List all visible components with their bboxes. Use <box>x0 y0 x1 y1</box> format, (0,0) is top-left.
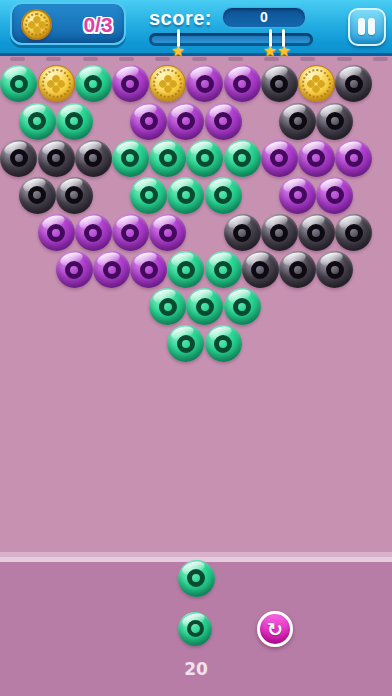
remaining-bubbles-count: 20 <box>166 659 226 679</box>
bubble-dark <box>335 214 372 251</box>
bubble-purple <box>56 251 93 288</box>
coin-bubble <box>38 65 75 102</box>
bubble-green <box>224 288 261 325</box>
ceiling-dash <box>192 57 207 61</box>
ceiling-dash <box>83 57 98 61</box>
next-bubble <box>178 612 212 646</box>
score-value: 0 <box>223 9 305 25</box>
game-screen: 0/3 score: 0 ★★★ ↻ 20 <box>0 0 392 696</box>
bubble-dark <box>75 140 112 177</box>
pause-icon <box>368 18 375 35</box>
bubble-green <box>75 65 112 102</box>
current-bubble[interactable] <box>178 560 215 597</box>
ceiling-dash <box>337 57 352 61</box>
bubble-dark <box>279 251 316 288</box>
bubble-green <box>112 140 149 177</box>
bubble-purple <box>112 214 149 251</box>
ceiling-dash <box>46 57 61 61</box>
bubble-purple <box>279 177 316 214</box>
coin-count-label: 0/3 <box>70 13 126 37</box>
bubble-purple <box>38 214 75 251</box>
bubble-dark <box>316 103 353 140</box>
bubble-dark <box>261 214 298 251</box>
bubble-green <box>149 140 186 177</box>
bubble-purple <box>93 251 130 288</box>
bubble-green <box>205 251 242 288</box>
clover-icon <box>44 72 67 95</box>
bubble-dark <box>242 251 279 288</box>
pause-button[interactable] <box>348 8 386 46</box>
bubble-purple <box>335 140 372 177</box>
bubble-green <box>56 103 93 140</box>
bubble-dark <box>298 214 335 251</box>
star-icon: ★ <box>274 42 294 60</box>
star-icon: ★ <box>168 42 188 60</box>
bubble-green <box>205 177 242 214</box>
bubble-purple <box>167 103 204 140</box>
bubble-purple <box>298 140 335 177</box>
bubble-purple <box>149 214 186 251</box>
coin-counter-panel: 0/3 <box>10 2 126 45</box>
bubble-green <box>167 177 204 214</box>
ceiling-dash <box>373 57 388 61</box>
bubble-dark <box>19 177 56 214</box>
bubble-green <box>224 140 261 177</box>
pause-icon <box>358 18 365 35</box>
bubble-dark <box>56 177 93 214</box>
bubble-purple <box>205 103 242 140</box>
coin-icon <box>21 9 52 40</box>
bubble-green <box>130 177 167 214</box>
clover-icon <box>156 72 179 95</box>
swap-rotate-icon: ↻ <box>260 618 290 640</box>
bubble-dark <box>261 65 298 102</box>
ceiling-dash <box>300 57 315 61</box>
bubble-purple <box>224 65 261 102</box>
bubble-green <box>205 325 242 362</box>
bubble-dark <box>279 103 316 140</box>
bubble-dark <box>38 140 75 177</box>
bubble-dark <box>0 140 37 177</box>
level-progress-bar: ★★★ <box>149 33 313 46</box>
bubble-purple <box>316 177 353 214</box>
ceiling-dash <box>119 57 134 61</box>
coin-bubble <box>298 65 335 102</box>
clover-icon <box>305 72 328 95</box>
bubble-green <box>19 103 56 140</box>
bubble-purple <box>112 65 149 102</box>
header-bar: 0/3 score: 0 ★★★ <box>0 0 392 56</box>
clover-icon <box>25 13 48 36</box>
bubble-purple <box>261 140 298 177</box>
bubble-green <box>186 140 223 177</box>
bubble-purple <box>75 214 112 251</box>
swap-bubble-button[interactable]: ↻ <box>257 611 293 647</box>
ceiling-dash <box>228 57 243 61</box>
score-label: score: <box>149 7 212 30</box>
score-box: 0 <box>222 7 306 28</box>
bubble-purple <box>130 103 167 140</box>
bubble-dark <box>224 214 261 251</box>
ceiling-dash <box>10 57 25 61</box>
